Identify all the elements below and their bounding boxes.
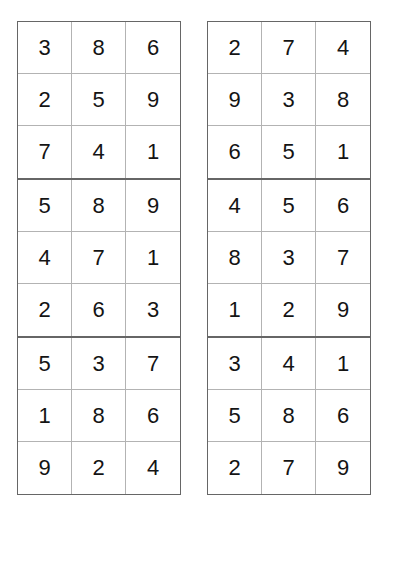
right-grid-cell-r1c3: 4 [316, 22, 370, 74]
left-grid-cell-r2c3: 9 [126, 74, 180, 126]
right-grid-cell-r2c3: 8 [316, 74, 370, 126]
left-grid-cell-r6c3: 3 [126, 284, 180, 336]
right-grid-cell-r3c1: 6 [208, 126, 262, 178]
left-grid-cell-r8c2: 8 [72, 390, 126, 442]
left-grid-cell-r3c2: 4 [72, 126, 126, 178]
left-grid-cell-r9c1: 9 [18, 442, 72, 494]
number-grid-right: 274938651456837129341586279 [207, 21, 371, 495]
right-grid-cell-r1c1: 2 [208, 22, 262, 74]
left-grid-cell-r8c3: 6 [126, 390, 180, 442]
right-grid-cell-r6c2: 2 [262, 284, 316, 336]
right-grid-cell-r7c1: 3 [208, 338, 262, 390]
right-grid-cell-r4c1: 4 [208, 180, 262, 232]
left-grid-cell-r5c1: 4 [18, 232, 72, 284]
right-grid-cell-r3c2: 5 [262, 126, 316, 178]
left-grid-cell-r2c1: 2 [18, 74, 72, 126]
right-grid-cell-r4c2: 5 [262, 180, 316, 232]
left-grid-cell-r1c3: 6 [126, 22, 180, 74]
left-grid-cell-r9c3: 4 [126, 442, 180, 494]
right-grid-cell-r7c2: 4 [262, 338, 316, 390]
right-grid-cell-r3c3: 1 [316, 126, 370, 178]
left-grid-block-3: 537186924 [17, 337, 181, 495]
left-grid-cell-r2c2: 5 [72, 74, 126, 126]
right-grid-cell-r8c1: 5 [208, 390, 262, 442]
left-grid-cell-r8c1: 1 [18, 390, 72, 442]
right-grid-block-2: 456837129 [207, 179, 371, 337]
right-grid-cell-r7c3: 1 [316, 338, 370, 390]
left-grid-cell-r7c1: 5 [18, 338, 72, 390]
right-grid-cell-r8c2: 8 [262, 390, 316, 442]
left-grid-cell-r4c2: 8 [72, 180, 126, 232]
number-grid-left: 386259741589471263537186924 [17, 21, 181, 495]
left-grid-cell-r9c2: 2 [72, 442, 126, 494]
worksheet-page: 386259741589471263537186924 274938651456… [0, 0, 400, 566]
right-grid-cell-r2c2: 3 [262, 74, 316, 126]
left-grid-cell-r3c1: 7 [18, 126, 72, 178]
right-grid-block-3: 341586279 [207, 337, 371, 495]
right-grid-cell-r5c3: 7 [316, 232, 370, 284]
left-grid-cell-r4c3: 9 [126, 180, 180, 232]
left-grid-cell-r7c2: 3 [72, 338, 126, 390]
left-grid-cell-r5c3: 1 [126, 232, 180, 284]
left-grid-block-1: 386259741 [17, 21, 181, 179]
right-grid-cell-r5c2: 3 [262, 232, 316, 284]
right-grid-cell-r9c2: 7 [262, 442, 316, 494]
left-grid-cell-r5c2: 7 [72, 232, 126, 284]
right-grid-cell-r4c3: 6 [316, 180, 370, 232]
left-grid-block-2: 589471263 [17, 179, 181, 337]
left-grid-cell-r7c3: 7 [126, 338, 180, 390]
left-grid-cell-r6c2: 6 [72, 284, 126, 336]
right-grid-cell-r6c3: 9 [316, 284, 370, 336]
left-grid-cell-r6c1: 2 [18, 284, 72, 336]
right-grid-cell-r9c3: 9 [316, 442, 370, 494]
left-grid-cell-r4c1: 5 [18, 180, 72, 232]
left-grid-cell-r3c3: 1 [126, 126, 180, 178]
right-grid-cell-r1c2: 7 [262, 22, 316, 74]
right-grid-cell-r6c1: 1 [208, 284, 262, 336]
right-grid-cell-r8c3: 6 [316, 390, 370, 442]
right-grid-block-1: 274938651 [207, 21, 371, 179]
right-grid-cell-r9c1: 2 [208, 442, 262, 494]
right-grid-cell-r5c1: 8 [208, 232, 262, 284]
left-grid-cell-r1c1: 3 [18, 22, 72, 74]
right-grid-cell-r2c1: 9 [208, 74, 262, 126]
left-grid-cell-r1c2: 8 [72, 22, 126, 74]
